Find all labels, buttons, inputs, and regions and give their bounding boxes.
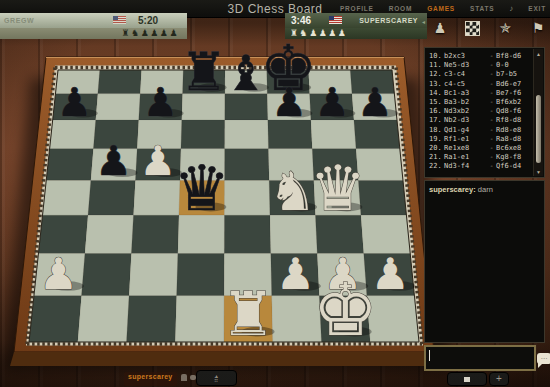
square-a1[interactable] [29,296,81,342]
move-white: Rf1-e1 [444,135,487,144]
flag-icon[interactable]: ⚑ [526,16,550,40]
piece-black-pawn-c7[interactable]: ♟ [143,79,178,125]
white-player-bar: GREGW 5:20 [0,13,187,29]
move-dash: - [487,89,496,98]
move-no: 19. [429,135,444,144]
move-black: Bf8-d6 [496,52,532,61]
black-player-name: SUPERSCAREY [359,17,418,24]
move-no: 21. [429,153,444,162]
move-no: 18. [429,126,444,135]
move-no: 11. [429,61,444,70]
move-white: Ba3-b2 [444,98,487,107]
square-h3[interactable] [361,215,410,253]
white-player-flag-icon [113,16,126,24]
move-no: 17. [429,116,444,125]
chat-text: darn [478,185,493,194]
square-b1[interactable] [78,296,129,342]
move-list-panel[interactable]: 10.b2xc3-Bf8-d611.Ne5-d3-0-012.c3-c4-b7-… [424,47,545,178]
chat-tab-icons [181,374,196,381]
move-no: 12. [429,70,444,79]
move-dash: - [487,61,496,70]
menu: PROFILEROOMGAMESSTATS♪EXIT [340,0,546,17]
move-no: 10. [429,52,444,61]
move-row: 17.Nb2-d3-Rf8-d8 [429,116,532,125]
move-no: 14. [429,89,444,98]
piece-black-pawn-a7[interactable]: ♟ [57,79,92,125]
move-white: Nb2-d3 [444,116,487,125]
move-dash: - [487,116,496,125]
move-no: 16. [429,107,444,116]
piece-black-pawn-g7[interactable]: ♟ [314,79,349,125]
grid-dots-icon: ⠿ [214,378,219,383]
menu-exit[interactable]: EXIT [528,5,546,12]
white-player-name: GREGW [4,17,34,24]
square-a4[interactable] [43,180,91,215]
white-player-clock: 5:20 [138,15,158,26]
square-e4[interactable] [224,180,269,215]
piece-white-rook-e1[interactable]: ♜ [221,279,275,349]
square-c2[interactable] [129,254,178,296]
move-dash: - [487,98,496,107]
move-dash: - [487,52,496,61]
pawn-icon[interactable]: ♟ [428,16,452,40]
tray-toggle-button[interactable]: ▲⠿ [196,370,237,386]
move-list: 10.b2xc3-Bf8-d611.Ne5-d3-0-012.c3-c4-b7-… [429,52,532,171]
move-black: Ra8-d8 [496,135,532,144]
checkerboard-glyph [465,21,480,36]
toolbar: ♟ ✯ ⚑ [428,15,550,41]
square-b7[interactable] [96,94,140,120]
move-row: 19.Rf1-e1-Ra8-d8 [429,135,532,144]
square-e3[interactable] [224,215,270,253]
chat-message: superscarey: darn [429,185,540,194]
star-icon[interactable]: ✯ [493,16,517,40]
move-no: 15. [429,98,444,107]
piece-white-pawn-c5[interactable]: ♟ [140,137,177,185]
move-white: Nd3xb2 [444,107,487,116]
move-black: b7-b5 [496,70,532,79]
piece-white-queen-g4[interactable]: ♛ [310,152,366,225]
move-black: Rf8-d8 [496,116,532,125]
square-e6[interactable] [225,120,269,149]
black-player-marker-icon: ◂ [422,18,425,25]
move-row: 13.c4-c5-Bd6-e7 [429,80,532,89]
move-no: 20. [429,144,444,153]
move-white: c3-c4 [444,70,487,79]
move-dash: - [487,144,496,153]
square-a3[interactable] [38,215,88,253]
move-black: 0-0 [496,61,532,70]
piece-black-pawn-h7[interactable]: ♟ [357,79,392,125]
move-black: Rd8-e8 [496,126,532,135]
square-d6[interactable] [181,120,225,149]
app-window: { "app": {"title": "3D Chess Board"}, "m… [0,0,550,387]
square-d1[interactable] [175,296,224,342]
square-b4[interactable] [88,180,135,215]
move-black: Bc6xe8 [496,144,532,153]
menu-profile[interactable]: PROFILE [340,5,374,12]
board-frame-front [10,352,438,366]
move-row: 14.Bc1-a3-Be7-f6 [429,89,532,98]
move-white: Re1xe8 [444,144,487,153]
piece-black-pawn-b5[interactable]: ♟ [95,137,132,185]
move-black: Qd8-f6 [496,107,532,116]
move-dash: - [487,153,496,162]
chat-input[interactable] [424,345,536,371]
text-caret [429,350,430,361]
move-white: Ne5-d3 [444,61,487,70]
square-c3[interactable] [131,215,179,253]
menu-games[interactable]: GAMES [427,5,455,12]
move-white: Qd1-g4 [444,126,487,135]
chat-tab[interactable]: superscarey [124,372,177,386]
move-row: 11.Ne5-d3-0-0 [429,61,532,70]
move-black: Bd6-e7 [496,80,532,89]
square-glyph [464,377,470,382]
black-player-clock: 3:46 [291,15,311,26]
move-row: 16.Nd3xb2-Qd8-f6 [429,107,532,116]
move-dash: - [487,126,496,135]
move-row: 18.Qd1-g4-Rd8-e8 [429,126,532,135]
menu-stats[interactable]: STATS [470,5,494,12]
scrollbar-thumb[interactable] [536,95,541,163]
move-row: 21.Ra1-e1-Kg8-f8 [429,153,532,162]
move-no: 22. [429,162,444,171]
chat-sender: superscarey: [429,185,476,194]
person-icon [181,374,187,381]
scroll-up-icon[interactable]: ▲ [534,51,543,57]
move-black: Qf6-d4 [496,162,532,171]
square-b3[interactable] [85,215,134,253]
piece-black-pawn-f7[interactable]: ♟ [272,79,307,125]
move-dash: - [487,70,496,79]
chat-bubble-button[interactable]: ⋯ [537,353,550,364]
move-black: Bf6xb2 [496,98,532,107]
piece-white-pawn-a2[interactable]: ♟ [39,249,78,299]
move-white: Ra1-e1 [444,153,487,162]
move-dash: - [487,135,496,144]
move-no: 13. [429,80,444,89]
move-row: 20.Re1xe8-Bc6xe8 [429,144,532,153]
add-button[interactable]: + [489,372,509,386]
white-captured-tray: ♜♞♟♟♟♟ [0,28,187,39]
black-player-flag-icon [329,16,342,24]
square-b2[interactable] [81,254,131,296]
speaker-icon[interactable]: ♪ [509,4,513,13]
menu-room[interactable]: ROOM [389,5,412,12]
piece-white-king-g1[interactable]: ♚ [313,267,378,352]
move-dash: - [487,107,496,116]
square-d2[interactable] [177,254,225,296]
move-row: 22.Nd3-f4-Qf6-d4 [429,162,532,171]
stop-button[interactable] [447,372,487,386]
piece-white-pawn-f2[interactable]: ♟ [276,249,315,299]
move-black: Be7-f6 [496,89,532,98]
move-dash: - [487,80,496,89]
black-captured-tray: ♜♞♟♟♟♟ [285,28,427,39]
move-white: c4-c5 [444,80,487,89]
scroll-down-icon[interactable]: ▼ [534,169,543,175]
piece-black-queen-d4[interactable]: ♛ [174,152,230,225]
square-b8[interactable] [98,70,142,94]
square-e5[interactable] [225,149,270,181]
move-dash: - [487,162,496,171]
chat-log: superscarey: darn [424,180,545,343]
move-row: 12.c3-c4-b7-b5 [429,70,532,79]
piece-black-rook-d8[interactable]: ♜ [180,41,227,102]
move-white: Bc1-a3 [444,89,487,98]
move-white: Nd3-f4 [444,162,487,171]
move-row: 10.b2xc3-Bf8-d6 [429,52,532,61]
move-white: b2xc3 [444,52,487,61]
square-c1[interactable] [127,296,177,342]
move-list-scrollbar[interactable]: ▲ ▼ [533,49,543,176]
board-icon[interactable] [461,16,485,40]
move-row: 15.Ba3-b2-Bf6xb2 [429,98,532,107]
move-black: Kg8-f8 [496,153,532,162]
square-a5[interactable] [46,149,93,181]
